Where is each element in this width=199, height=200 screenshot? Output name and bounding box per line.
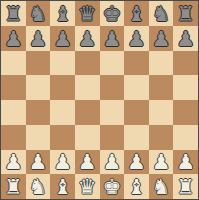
square-g6[interactable] (149, 51, 174, 76)
square-b8[interactable]: ♞ (26, 1, 51, 26)
square-c2[interactable]: ♟ (50, 150, 75, 175)
piece-black-pawn[interactable]: ♟ (127, 29, 146, 50)
piece-white-knight[interactable]: ♞ (152, 177, 171, 198)
square-e1[interactable]: ♚ (100, 174, 125, 199)
square-f5[interactable] (124, 75, 149, 100)
square-e2[interactable]: ♟ (100, 150, 125, 175)
square-g3[interactable] (149, 125, 174, 150)
square-d6[interactable] (75, 51, 100, 76)
square-a4[interactable] (1, 100, 26, 125)
square-h4[interactable] (173, 100, 198, 125)
square-a8[interactable]: ♜ (1, 1, 26, 26)
square-a3[interactable] (1, 125, 26, 150)
piece-black-pawn[interactable]: ♟ (78, 29, 97, 50)
square-h3[interactable] (173, 125, 198, 150)
piece-white-pawn[interactable]: ♟ (102, 152, 121, 173)
square-a7[interactable]: ♟ (1, 26, 26, 51)
square-b2[interactable]: ♟ (26, 150, 51, 175)
square-c3[interactable] (50, 125, 75, 150)
piece-white-pawn[interactable]: ♟ (127, 152, 146, 173)
square-e4[interactable] (100, 100, 125, 125)
piece-white-queen[interactable]: ♛ (78, 177, 97, 198)
square-h7[interactable]: ♟ (173, 26, 198, 51)
piece-black-pawn[interactable]: ♟ (102, 29, 121, 50)
piece-white-rook[interactable]: ♜ (176, 177, 195, 198)
square-d2[interactable]: ♟ (75, 150, 100, 175)
square-d7[interactable]: ♟ (75, 26, 100, 51)
square-h2[interactable]: ♟ (173, 150, 198, 175)
square-f1[interactable]: ♝ (124, 174, 149, 199)
square-e7[interactable]: ♟ (100, 26, 125, 51)
square-b4[interactable] (26, 100, 51, 125)
square-d1[interactable]: ♛ (75, 174, 100, 199)
piece-black-pawn[interactable]: ♟ (53, 29, 72, 50)
square-e3[interactable] (100, 125, 125, 150)
square-f3[interactable] (124, 125, 149, 150)
square-f6[interactable] (124, 51, 149, 76)
piece-white-pawn[interactable]: ♟ (29, 152, 48, 173)
square-f4[interactable] (124, 100, 149, 125)
piece-black-pawn[interactable]: ♟ (4, 29, 23, 50)
piece-white-pawn[interactable]: ♟ (152, 152, 171, 173)
piece-white-pawn[interactable]: ♟ (53, 152, 72, 173)
square-c6[interactable] (50, 51, 75, 76)
piece-white-pawn[interactable]: ♟ (4, 152, 23, 173)
square-f7[interactable]: ♟ (124, 26, 149, 51)
square-h6[interactable] (173, 51, 198, 76)
square-h8[interactable]: ♜ (173, 1, 198, 26)
square-a6[interactable] (1, 51, 26, 76)
piece-white-bishop[interactable]: ♝ (127, 177, 146, 198)
piece-black-bishop[interactable]: ♝ (53, 4, 72, 25)
square-d8[interactable]: ♛ (75, 1, 100, 26)
square-b1[interactable]: ♞ (26, 174, 51, 199)
square-g8[interactable]: ♞ (149, 1, 174, 26)
square-c1[interactable]: ♝ (50, 174, 75, 199)
piece-black-queen[interactable]: ♛ (78, 4, 97, 25)
chess-board-frame: ♜♞♝♛♚♝♞♜♟♟♟♟♟♟♟♟♟♟♟♟♟♟♟♟♜♞♝♛♚♝♞♜ (0, 0, 199, 200)
square-c7[interactable]: ♟ (50, 26, 75, 51)
square-c4[interactable] (50, 100, 75, 125)
piece-black-bishop[interactable]: ♝ (127, 4, 146, 25)
piece-black-knight[interactable]: ♞ (29, 4, 48, 25)
square-b5[interactable] (26, 75, 51, 100)
square-g1[interactable]: ♞ (149, 174, 174, 199)
square-g7[interactable]: ♟ (149, 26, 174, 51)
square-d4[interactable] (75, 100, 100, 125)
square-e8[interactable]: ♚ (100, 1, 125, 26)
piece-white-pawn[interactable]: ♟ (78, 152, 97, 173)
square-a1[interactable]: ♜ (1, 174, 26, 199)
square-h5[interactable] (173, 75, 198, 100)
piece-black-rook[interactable]: ♜ (176, 4, 195, 25)
piece-white-bishop[interactable]: ♝ (53, 177, 72, 198)
square-d3[interactable] (75, 125, 100, 150)
piece-white-king[interactable]: ♚ (102, 177, 121, 198)
piece-white-pawn[interactable]: ♟ (176, 152, 195, 173)
square-f8[interactable]: ♝ (124, 1, 149, 26)
piece-white-rook[interactable]: ♜ (4, 177, 23, 198)
square-e6[interactable] (100, 51, 125, 76)
square-b7[interactable]: ♟ (26, 26, 51, 51)
square-c5[interactable] (50, 75, 75, 100)
square-g5[interactable] (149, 75, 174, 100)
square-d5[interactable] (75, 75, 100, 100)
square-a5[interactable] (1, 75, 26, 100)
square-b3[interactable] (26, 125, 51, 150)
piece-black-pawn[interactable]: ♟ (176, 29, 195, 50)
piece-black-knight[interactable]: ♞ (152, 4, 171, 25)
piece-black-rook[interactable]: ♜ (4, 4, 23, 25)
square-f2[interactable]: ♟ (124, 150, 149, 175)
square-c8[interactable]: ♝ (50, 1, 75, 26)
square-a2[interactable]: ♟ (1, 150, 26, 175)
square-g4[interactable] (149, 100, 174, 125)
piece-black-pawn[interactable]: ♟ (29, 29, 48, 50)
piece-black-king[interactable]: ♚ (102, 4, 121, 25)
square-h1[interactable]: ♜ (173, 174, 198, 199)
square-b6[interactable] (26, 51, 51, 76)
square-g2[interactable]: ♟ (149, 150, 174, 175)
square-e5[interactable] (100, 75, 125, 100)
piece-white-knight[interactable]: ♞ (29, 177, 48, 198)
piece-black-pawn[interactable]: ♟ (152, 29, 171, 50)
chess-board: ♜♞♝♛♚♝♞♜♟♟♟♟♟♟♟♟♟♟♟♟♟♟♟♟♜♞♝♛♚♝♞♜ (1, 1, 198, 199)
